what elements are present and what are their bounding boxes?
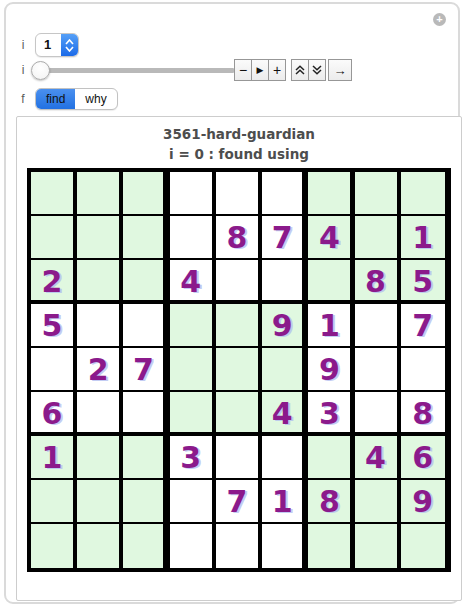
given-digit: 9 xyxy=(412,484,433,519)
animator-direction-group: → xyxy=(328,59,352,81)
find-button[interactable]: find xyxy=(36,89,75,109)
given-digit: 1 xyxy=(272,484,293,519)
sudoku-board: 874124855917279643813467189 xyxy=(27,168,451,572)
direction-button[interactable]: → xyxy=(328,59,352,81)
sudoku-cell-r2c8 xyxy=(355,216,399,260)
sudoku-cell-r8c3 xyxy=(123,480,167,524)
given-digit: 2 xyxy=(88,352,109,387)
animator-step-group: − ▶ + xyxy=(234,59,286,81)
sudoku-cell-r6c8 xyxy=(355,392,399,436)
double-chevron-up-button[interactable] xyxy=(291,59,309,81)
sudoku-cell-r2c9: 1 xyxy=(401,216,445,260)
given-digit: 5 xyxy=(412,264,433,299)
sudoku-cell-r8c4 xyxy=(170,480,214,524)
given-digit: 1 xyxy=(412,220,433,255)
sudoku-cell-r6c4 xyxy=(170,392,214,436)
sudoku-cell-r5c2: 2 xyxy=(77,348,121,392)
sudoku-cell-r5c4 xyxy=(170,348,214,392)
double-chevron-down-button[interactable] xyxy=(308,59,326,81)
sudoku-cell-r8c7: 8 xyxy=(308,480,352,524)
sudoku-cell-r6c7: 3 xyxy=(308,392,352,436)
toggler-label: f xyxy=(16,92,30,106)
given-digit: 7 xyxy=(272,220,293,255)
sudoku-cell-r7c6 xyxy=(262,436,306,480)
sudoku-cell-r3c9: 5 xyxy=(401,260,445,304)
sudoku-cell-r9c1 xyxy=(31,524,75,568)
popup-value: 1 xyxy=(36,34,61,56)
why-button[interactable]: why xyxy=(75,89,116,109)
sudoku-cell-r8c1 xyxy=(31,480,75,524)
sudoku-cell-r8c2 xyxy=(77,480,121,524)
sudoku-cell-r9c8 xyxy=(355,524,399,568)
double-chevron-up-icon xyxy=(294,64,306,76)
given-digit: 8 xyxy=(226,220,247,255)
sudoku-cell-r4c9: 7 xyxy=(401,304,445,348)
sudoku-cell-r5c1 xyxy=(31,348,75,392)
sudoku-cell-r1c3 xyxy=(123,172,167,216)
sudoku-cell-r1c9 xyxy=(401,172,445,216)
faster-button[interactable]: + xyxy=(268,59,286,81)
given-digit: 4 xyxy=(365,440,386,475)
sudoku-cell-r4c8 xyxy=(355,304,399,348)
sudoku-cell-r8c5: 7 xyxy=(216,480,260,524)
sudoku-cell-r3c6 xyxy=(262,260,306,304)
sudoku-cell-r7c7 xyxy=(308,436,352,480)
given-digit: 5 xyxy=(42,308,63,343)
sudoku-cell-r4c2 xyxy=(77,304,121,348)
f-toggler: find why xyxy=(35,88,118,110)
chevron-down-icon xyxy=(65,46,74,52)
sudoku-cell-r2c7: 4 xyxy=(308,216,352,260)
sudoku-cell-r3c2 xyxy=(77,260,121,304)
puzzle-status: i = 0 : found using xyxy=(17,144,461,164)
sudoku-cell-r3c1: 2 xyxy=(31,260,75,304)
manipulate-paste-icon[interactable]: + xyxy=(433,13,446,26)
given-digit: 4 xyxy=(180,264,201,299)
sudoku-cell-r7c8: 4 xyxy=(355,436,399,480)
double-chevron-down-icon xyxy=(311,64,323,76)
sudoku-cell-r3c3 xyxy=(123,260,167,304)
sudoku-cell-r7c3 xyxy=(123,436,167,480)
sudoku-cell-r9c4 xyxy=(170,524,214,568)
sudoku-cell-r8c9: 9 xyxy=(401,480,445,524)
given-digit: 1 xyxy=(319,308,340,343)
chevron-up-icon xyxy=(65,39,74,45)
given-digit: 7 xyxy=(133,352,154,387)
slower-button[interactable]: − xyxy=(234,59,252,81)
given-digit: 9 xyxy=(319,352,340,387)
given-digit: 4 xyxy=(319,220,340,255)
sudoku-cell-r3c8: 8 xyxy=(355,260,399,304)
given-digit: 8 xyxy=(365,264,386,299)
sudoku-cell-r5c3: 7 xyxy=(123,348,167,392)
i-popup-menu[interactable]: 1 xyxy=(35,33,79,57)
sudoku-cell-r4c7: 1 xyxy=(308,304,352,348)
sudoku-cell-r2c5: 8 xyxy=(216,216,260,260)
sudoku-cell-r5c9 xyxy=(401,348,445,392)
sudoku-cell-r8c6: 1 xyxy=(262,480,306,524)
sudoku-cell-r3c5 xyxy=(216,260,260,304)
sudoku-cell-r7c2 xyxy=(77,436,121,480)
given-digit: 8 xyxy=(412,396,433,431)
sudoku-cell-r6c9: 8 xyxy=(401,392,445,436)
i-slider[interactable] xyxy=(33,68,235,73)
given-digit: 8 xyxy=(319,484,340,519)
given-digit: 4 xyxy=(272,396,293,431)
sudoku-cell-r9c9 xyxy=(401,524,445,568)
sudoku-cell-r6c6: 4 xyxy=(262,392,306,436)
sudoku-cell-r7c5 xyxy=(216,436,260,480)
given-digit: 7 xyxy=(226,484,247,519)
sudoku-cell-r5c6 xyxy=(262,348,306,392)
popup-stepper[interactable] xyxy=(61,34,78,56)
sudoku-cell-r6c5 xyxy=(216,392,260,436)
sudoku-cell-r9c2 xyxy=(77,524,121,568)
sudoku-cell-r6c2 xyxy=(77,392,121,436)
manipulate-frame: + i 1 i − ▶ + xyxy=(4,2,460,604)
sudoku-cell-r4c6: 9 xyxy=(262,304,306,348)
given-digit: 1 xyxy=(42,440,63,475)
sudoku-cell-r1c6 xyxy=(262,172,306,216)
sudoku-cell-r7c4: 3 xyxy=(170,436,214,480)
sudoku-cell-r2c6: 7 xyxy=(262,216,306,260)
sudoku-cell-r2c2 xyxy=(77,216,121,260)
sudoku-cell-r1c4 xyxy=(170,172,214,216)
sudoku-cell-r7c1: 1 xyxy=(31,436,75,480)
sudoku-cell-r1c5 xyxy=(216,172,260,216)
sudoku-cell-r1c2 xyxy=(77,172,121,216)
given-digit: 9 xyxy=(272,308,293,343)
sudoku-cell-r2c3 xyxy=(123,216,167,260)
sudoku-cell-r5c5 xyxy=(216,348,260,392)
sudoku-cell-r6c1: 6 xyxy=(31,392,75,436)
sudoku-cell-r4c4 xyxy=(170,304,214,348)
given-digit: 3 xyxy=(319,396,340,431)
sudoku-cell-r5c7: 9 xyxy=(308,348,352,392)
popup-label: i xyxy=(16,38,30,52)
sudoku-cell-r1c8 xyxy=(355,172,399,216)
sudoku-cell-r9c5 xyxy=(216,524,260,568)
sudoku-cell-r1c7 xyxy=(308,172,352,216)
screenshot-root: + i 1 i − ▶ + xyxy=(0,0,465,608)
sudoku-cell-r3c7 xyxy=(308,260,352,304)
play-button[interactable]: ▶ xyxy=(251,59,269,81)
sudoku-cell-r2c4 xyxy=(170,216,214,260)
animator-chevron-group xyxy=(291,59,326,81)
sudoku-cell-r6c3 xyxy=(123,392,167,436)
sudoku-cell-r9c7 xyxy=(308,524,352,568)
slider-label: i xyxy=(16,63,30,77)
slider-thumb[interactable] xyxy=(31,61,50,80)
given-digit: 6 xyxy=(42,396,63,431)
sudoku-cell-r1c1 xyxy=(31,172,75,216)
puzzle-title: 3561-hard-guardian xyxy=(17,124,461,144)
given-digit: 6 xyxy=(412,440,433,475)
sudoku-cell-r3c4: 4 xyxy=(170,260,214,304)
given-digit: 3 xyxy=(180,440,201,475)
sudoku-cell-r4c5 xyxy=(216,304,260,348)
sudoku-cell-r8c8 xyxy=(355,480,399,524)
sudoku-cell-r4c3 xyxy=(123,304,167,348)
given-digit: 7 xyxy=(412,308,433,343)
sudoku-cell-r2c1 xyxy=(31,216,75,260)
given-digit: 2 xyxy=(42,264,63,299)
sudoku-cell-r4c1: 5 xyxy=(31,304,75,348)
sudoku-cell-r9c6 xyxy=(262,524,306,568)
sudoku-cell-r9c3 xyxy=(123,524,167,568)
sudoku-cell-r5c8 xyxy=(355,348,399,392)
sudoku-cell-r7c9: 6 xyxy=(401,436,445,480)
output-panel: 3561-hard-guardian i = 0 : found using 8… xyxy=(16,116,462,601)
